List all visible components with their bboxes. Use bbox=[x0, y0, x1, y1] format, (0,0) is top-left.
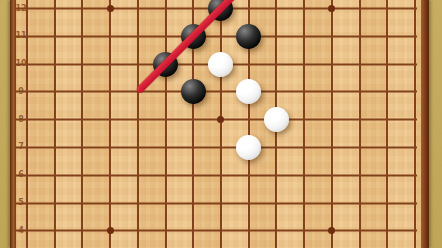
row-label-12: 12 bbox=[16, 4, 27, 14]
stone-black-i11 bbox=[236, 24, 261, 49]
stone-white-h10 bbox=[208, 52, 233, 77]
star-point-d12 bbox=[107, 5, 114, 12]
stone-white-j8 bbox=[264, 107, 289, 132]
star-point-d4 bbox=[107, 227, 114, 234]
gomoku-app: 121110987654 bbox=[0, 0, 442, 248]
row-label-8: 8 bbox=[16, 115, 27, 125]
stone-white-i7 bbox=[236, 135, 261, 160]
row-label-10: 10 bbox=[16, 59, 27, 69]
row-label-5: 5 bbox=[16, 198, 27, 208]
stone-black-g9 bbox=[181, 79, 206, 104]
row-label-11: 11 bbox=[16, 31, 27, 41]
board-frame-right bbox=[421, 0, 429, 248]
row-label-4: 4 bbox=[16, 226, 27, 236]
board-surface[interactable]: 121110987654 bbox=[16, 0, 421, 248]
row-label-7: 7 bbox=[16, 142, 27, 152]
row-label-6: 6 bbox=[16, 170, 27, 180]
row-label-9: 9 bbox=[16, 87, 27, 97]
grid-vertical-lines bbox=[16, 0, 416, 248]
